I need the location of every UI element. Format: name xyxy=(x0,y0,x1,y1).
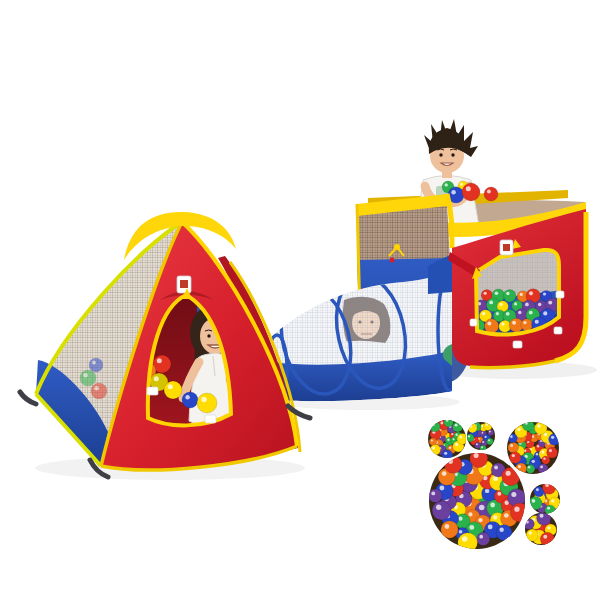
ball xyxy=(458,533,478,553)
ball xyxy=(508,434,517,443)
ball xyxy=(477,532,490,545)
ball xyxy=(430,421,440,431)
ball xyxy=(91,383,107,399)
ball xyxy=(538,464,548,474)
product-photo xyxy=(0,0,600,601)
ball xyxy=(453,422,463,432)
ball xyxy=(430,444,441,455)
ball xyxy=(522,419,534,431)
ball xyxy=(487,438,494,445)
ball-cluster xyxy=(507,419,560,474)
ball xyxy=(503,290,516,303)
ball xyxy=(484,422,492,430)
ball-cluster-graphic xyxy=(428,417,561,552)
ball xyxy=(484,187,498,201)
ball xyxy=(480,445,486,451)
ball xyxy=(466,434,474,442)
ball xyxy=(542,481,555,494)
ball xyxy=(549,434,561,446)
ball xyxy=(547,447,558,458)
ball xyxy=(521,319,533,331)
ball xyxy=(540,532,554,546)
ball xyxy=(470,450,488,468)
ball xyxy=(164,381,182,399)
ball-cluster xyxy=(523,511,557,546)
ball xyxy=(197,393,217,413)
ball xyxy=(444,456,462,474)
ball xyxy=(462,183,480,201)
ball-cluster xyxy=(466,422,495,452)
ball xyxy=(526,464,535,473)
ball xyxy=(444,417,454,427)
ball xyxy=(496,525,512,541)
ball xyxy=(510,503,529,522)
ball xyxy=(526,529,538,541)
ball xyxy=(509,452,521,464)
ball xyxy=(442,450,453,461)
ball-cluster xyxy=(428,417,468,460)
ball xyxy=(432,501,451,520)
ball xyxy=(523,518,534,529)
ball xyxy=(80,370,96,386)
ball xyxy=(502,467,520,485)
ball xyxy=(468,423,477,432)
ball xyxy=(89,358,103,372)
pyramid-tent xyxy=(20,212,310,477)
ball xyxy=(441,521,458,538)
ball xyxy=(529,497,542,510)
ball xyxy=(484,319,498,333)
ball xyxy=(429,489,443,503)
ball xyxy=(508,442,519,453)
ball xyxy=(457,433,468,444)
brand-label xyxy=(177,276,191,293)
ball xyxy=(516,463,527,474)
ball xyxy=(545,505,555,515)
ball xyxy=(535,422,547,434)
ball xyxy=(182,392,198,408)
ball-cluster xyxy=(529,481,561,516)
brand-label xyxy=(500,240,513,255)
